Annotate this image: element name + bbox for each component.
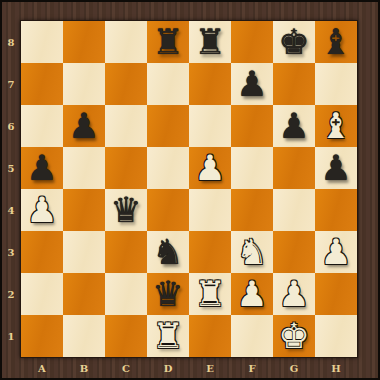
chess-board-frame: ♜♜♚♝♟♟♟♝♟♟♟♟♛♞♞♟♛♜♟♟♜♚ 87654321 ABCDEFGH	[0, 0, 380, 380]
square-a6[interactable]	[21, 105, 63, 147]
rank-label-6: 6	[2, 105, 20, 147]
square-f8[interactable]	[231, 21, 273, 63]
square-c4[interactable]: ♛	[105, 189, 147, 231]
square-h7[interactable]	[315, 63, 357, 105]
square-e6[interactable]	[189, 105, 231, 147]
piece-black-queen[interactable]: ♛	[152, 277, 183, 312]
square-b1[interactable]	[63, 315, 105, 357]
piece-white-knight[interactable]: ♞	[236, 235, 267, 270]
file-label-g: G	[273, 358, 315, 378]
file-label-e: E	[189, 358, 231, 378]
square-f1[interactable]	[231, 315, 273, 357]
square-h5[interactable]: ♟	[315, 147, 357, 189]
file-label-c: C	[105, 358, 147, 378]
file-label-h: H	[315, 358, 357, 378]
square-e7[interactable]	[189, 63, 231, 105]
square-c1[interactable]	[105, 315, 147, 357]
square-d5[interactable]	[147, 147, 189, 189]
square-f5[interactable]	[231, 147, 273, 189]
square-c3[interactable]	[105, 231, 147, 273]
piece-black-bishop[interactable]: ♝	[320, 25, 351, 60]
square-e8[interactable]: ♜	[189, 21, 231, 63]
square-h4[interactable]	[315, 189, 357, 231]
file-label-d: D	[147, 358, 189, 378]
square-c7[interactable]	[105, 63, 147, 105]
square-f2[interactable]: ♟	[231, 273, 273, 315]
square-g3[interactable]	[273, 231, 315, 273]
piece-black-rook[interactable]: ♜	[194, 25, 225, 60]
square-a5[interactable]: ♟	[21, 147, 63, 189]
square-h6[interactable]: ♝	[315, 105, 357, 147]
square-f7[interactable]: ♟	[231, 63, 273, 105]
file-label-a: A	[21, 358, 63, 378]
square-e2[interactable]: ♜	[189, 273, 231, 315]
square-b7[interactable]	[63, 63, 105, 105]
square-a8[interactable]	[21, 21, 63, 63]
piece-black-queen[interactable]: ♛	[110, 193, 141, 228]
square-e5[interactable]: ♟	[189, 147, 231, 189]
square-f4[interactable]	[231, 189, 273, 231]
piece-black-pawn[interactable]: ♟	[68, 109, 99, 144]
square-c6[interactable]	[105, 105, 147, 147]
piece-white-pawn[interactable]: ♟	[26, 193, 57, 228]
square-f3[interactable]: ♞	[231, 231, 273, 273]
square-g6[interactable]: ♟	[273, 105, 315, 147]
square-a4[interactable]: ♟	[21, 189, 63, 231]
square-e3[interactable]	[189, 231, 231, 273]
rank-label-7: 7	[2, 63, 20, 105]
square-a7[interactable]	[21, 63, 63, 105]
rank-label-8: 8	[2, 21, 20, 63]
piece-white-rook[interactable]: ♜	[152, 319, 183, 354]
square-b6[interactable]: ♟	[63, 105, 105, 147]
square-g7[interactable]	[273, 63, 315, 105]
piece-black-pawn[interactable]: ♟	[26, 151, 57, 186]
rank-label-1: 1	[2, 315, 20, 357]
square-g8[interactable]: ♚	[273, 21, 315, 63]
piece-black-pawn[interactable]: ♟	[236, 67, 267, 102]
square-b4[interactable]	[63, 189, 105, 231]
file-label-b: B	[63, 358, 105, 378]
square-b8[interactable]	[63, 21, 105, 63]
rank-label-3: 3	[2, 231, 20, 273]
piece-white-pawn[interactable]: ♟	[236, 277, 267, 312]
square-c5[interactable]	[105, 147, 147, 189]
square-b3[interactable]	[63, 231, 105, 273]
square-a2[interactable]	[21, 273, 63, 315]
piece-white-bishop[interactable]: ♝	[320, 109, 351, 144]
piece-white-pawn[interactable]: ♟	[278, 277, 309, 312]
square-d2[interactable]: ♛	[147, 273, 189, 315]
piece-black-rook[interactable]: ♜	[152, 25, 183, 60]
square-g4[interactable]	[273, 189, 315, 231]
square-h1[interactable]	[315, 315, 357, 357]
square-h3[interactable]: ♟	[315, 231, 357, 273]
piece-black-knight[interactable]: ♞	[152, 235, 183, 270]
piece-black-pawn[interactable]: ♟	[320, 151, 351, 186]
square-a3[interactable]	[21, 231, 63, 273]
square-d1[interactable]: ♜	[147, 315, 189, 357]
square-d7[interactable]	[147, 63, 189, 105]
square-g5[interactable]	[273, 147, 315, 189]
file-label-f: F	[231, 358, 273, 378]
piece-white-king[interactable]: ♚	[278, 319, 309, 354]
piece-white-rook[interactable]: ♜	[194, 277, 225, 312]
square-f6[interactable]	[231, 105, 273, 147]
square-d6[interactable]	[147, 105, 189, 147]
square-d8[interactable]: ♜	[147, 21, 189, 63]
square-h2[interactable]	[315, 273, 357, 315]
square-e1[interactable]	[189, 315, 231, 357]
piece-black-king[interactable]: ♚	[278, 25, 309, 60]
piece-white-pawn[interactable]: ♟	[194, 151, 225, 186]
piece-black-pawn[interactable]: ♟	[278, 109, 309, 144]
square-c2[interactable]	[105, 273, 147, 315]
square-c8[interactable]	[105, 21, 147, 63]
rank-label-5: 5	[2, 147, 20, 189]
chess-board: ♜♜♚♝♟♟♟♝♟♟♟♟♛♞♞♟♛♜♟♟♜♚	[20, 20, 358, 358]
square-e4[interactable]	[189, 189, 231, 231]
rank-label-4: 4	[2, 189, 20, 231]
square-d3[interactable]: ♞	[147, 231, 189, 273]
square-g2[interactable]: ♟	[273, 273, 315, 315]
square-g1[interactable]: ♚	[273, 315, 315, 357]
square-d4[interactable]	[147, 189, 189, 231]
square-h8[interactable]: ♝	[315, 21, 357, 63]
square-b2[interactable]	[63, 273, 105, 315]
rank-label-2: 2	[2, 273, 20, 315]
square-b5[interactable]	[63, 147, 105, 189]
piece-white-pawn[interactable]: ♟	[320, 235, 351, 270]
square-a1[interactable]	[21, 315, 63, 357]
